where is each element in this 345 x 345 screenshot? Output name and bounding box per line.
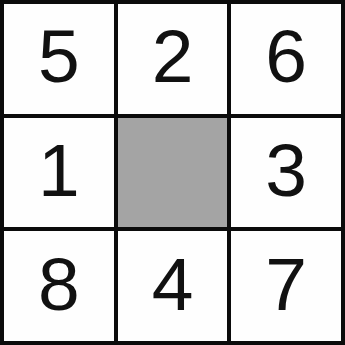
tile-7[interactable]: 7 (231, 231, 341, 341)
puzzle-board: 5 2 6 1 3 8 4 7 (0, 0, 345, 345)
tile-5[interactable]: 5 (4, 4, 114, 114)
tile-8[interactable]: 8 (4, 231, 114, 341)
tile-6[interactable]: 6 (231, 4, 341, 114)
tile-4[interactable]: 4 (118, 231, 228, 341)
tile-3[interactable]: 3 (231, 118, 341, 228)
tile-2[interactable]: 2 (118, 4, 228, 114)
blank-space (118, 118, 228, 228)
tile-1[interactable]: 1 (4, 118, 114, 228)
